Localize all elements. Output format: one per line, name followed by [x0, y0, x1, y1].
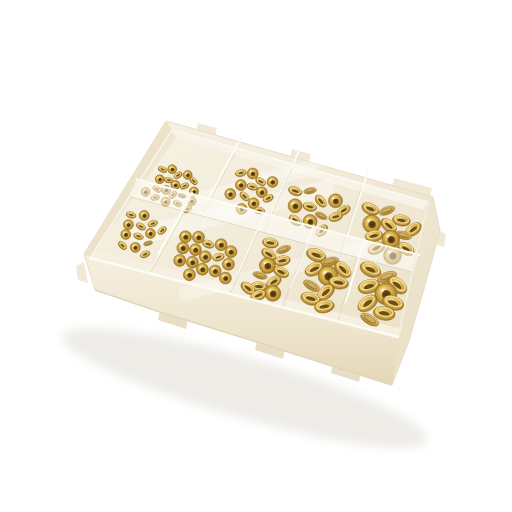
olive-glint: [190, 259, 192, 261]
olive-glint: [170, 167, 171, 168]
brass-olive-front-2: [196, 263, 208, 275]
olive-glint: [223, 275, 225, 277]
olive-glint: [180, 245, 182, 247]
olive-glint: [259, 190, 261, 192]
olive-glint: [148, 231, 149, 232]
olive-glint: [183, 234, 185, 236]
olive-glint: [269, 290, 271, 292]
brass-olive-front-3: [259, 258, 275, 274]
brass-olive-front-1: [139, 211, 149, 221]
olive-glint: [381, 289, 384, 292]
brass-olive-front-2: [222, 258, 234, 270]
brass-olive-back-3: [329, 194, 343, 208]
olive-glint: [307, 218, 309, 220]
olive-glint: [264, 262, 266, 264]
brass-olive-front-2: [180, 231, 192, 243]
olive-glint: [192, 189, 193, 190]
brass-olive-front-2: [174, 254, 186, 266]
brass-olive-back-1: [155, 175, 164, 184]
brass-olive-back-3: [288, 199, 302, 213]
olive-glint: [270, 179, 272, 181]
brass-olive-front-2: [225, 246, 237, 258]
brass-olive-back-2: [267, 176, 278, 187]
olive-glint: [226, 261, 228, 263]
brass-olive-front-2: [199, 251, 211, 263]
brass-olive-front-1: [145, 229, 155, 239]
olive-glint: [196, 234, 198, 236]
olive-glint: [177, 258, 179, 260]
olive-glint: [324, 271, 327, 274]
brass-olive-front-2: [189, 244, 201, 256]
brass-olive-front-1: [123, 220, 133, 230]
olive-glint: [238, 182, 240, 184]
brass-olive-front-1: [130, 242, 140, 252]
olive-glint: [158, 177, 159, 178]
olive-glint: [203, 254, 205, 256]
brass-olive-front-2: [209, 265, 221, 277]
olive-glint: [124, 232, 125, 233]
brass-olive-front-2: [183, 269, 195, 281]
olive-glint: [387, 235, 390, 238]
brass-olive-front-2: [177, 242, 189, 254]
olive-glint: [332, 198, 334, 200]
olive-glint: [251, 201, 253, 203]
brass-olive-back-2: [247, 168, 258, 179]
olive-glint: [193, 247, 195, 249]
olive-glint: [186, 173, 187, 174]
brass-olive-back-4: [363, 215, 381, 233]
olive-glint: [173, 183, 174, 184]
olive-glint: [142, 213, 143, 214]
olive-glint: [200, 266, 202, 268]
olive-glint: [218, 242, 220, 244]
olive-glint: [126, 222, 127, 223]
olive-glint: [292, 203, 294, 205]
brass-olive-front-1: [121, 230, 131, 240]
brass-olive-front-3: [265, 285, 281, 301]
olive-glint: [228, 249, 230, 251]
olive-glint: [250, 171, 252, 173]
olive-glint: [228, 191, 230, 193]
brass-olive-front-2: [215, 239, 227, 251]
olive-glint: [133, 245, 134, 246]
product-photo-stage: [0, 0, 512, 512]
brass-olive-back-1: [168, 165, 177, 174]
olive-glint: [368, 220, 371, 223]
olive-glint: [212, 268, 214, 270]
brass-olive-front-2: [219, 272, 231, 284]
olive-glint: [187, 272, 189, 274]
brass-olive-front-2: [186, 256, 198, 268]
brass-olive-back-2: [235, 180, 246, 191]
brass-olive-back-2: [225, 189, 236, 200]
brass-olive-box-photo: [0, 0, 512, 512]
